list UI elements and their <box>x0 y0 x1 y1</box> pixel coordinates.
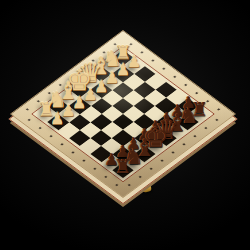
product-photo: ♜♟♟♜♞♟♟♞♝♟♟♝♛♟♟♛♚♟♟♚♝♟♟♝♞♟♟♞♜♟♟♜ <box>0 0 250 250</box>
piece-black-rook: ♜ <box>114 157 131 176</box>
pieces-layer: ♜♟♟♜♞♟♟♞♝♟♟♝♛♟♟♛♚♟♟♚♝♟♟♝♞♟♟♞♜♟♟♜ <box>0 0 250 250</box>
piece-white-pawn: ♟ <box>50 111 64 127</box>
